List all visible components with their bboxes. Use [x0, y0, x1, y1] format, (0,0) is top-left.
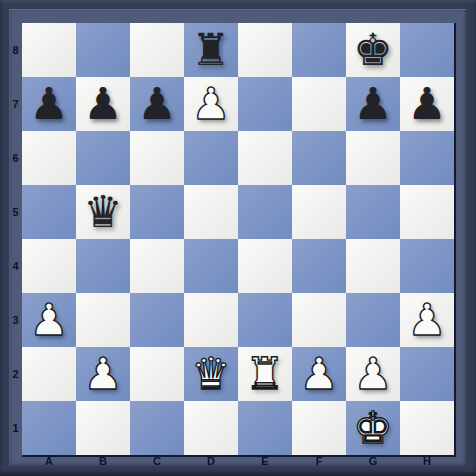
square-d1[interactable]: [184, 401, 238, 455]
square-e1[interactable]: [238, 401, 292, 455]
black-pawn-c7[interactable]: ♟: [137, 77, 176, 131]
black-pawn-h7[interactable]: ♟: [407, 77, 446, 131]
square-h1[interactable]: [400, 401, 454, 455]
square-g8[interactable]: ♚: [346, 23, 400, 77]
file-labels: ABCDEFGH: [22, 455, 454, 467]
square-c7[interactable]: ♟: [130, 77, 184, 131]
white-pawn-a3[interactable]: ♟: [29, 293, 68, 347]
board: ♜♚♟♟♟♟♟♟♛♟♟♟♛♜♟♟♚: [22, 23, 456, 457]
square-g6[interactable]: [346, 131, 400, 185]
square-g2[interactable]: ♟: [346, 347, 400, 401]
square-b8[interactable]: [76, 23, 130, 77]
square-e7[interactable]: [238, 77, 292, 131]
square-e8[interactable]: [238, 23, 292, 77]
square-a8[interactable]: [22, 23, 76, 77]
square-a5[interactable]: [22, 185, 76, 239]
rank-label-6: 6: [9, 131, 22, 185]
square-e5[interactable]: [238, 185, 292, 239]
black-queen-b5[interactable]: ♛: [83, 185, 122, 239]
square-d6[interactable]: [184, 131, 238, 185]
white-pawn-f2[interactable]: ♟: [299, 347, 338, 401]
square-b3[interactable]: [76, 293, 130, 347]
square-g5[interactable]: [346, 185, 400, 239]
white-king-g1[interactable]: ♚: [353, 401, 392, 455]
square-a2[interactable]: [22, 347, 76, 401]
white-pawn-b2[interactable]: ♟: [83, 347, 122, 401]
square-g3[interactable]: [346, 293, 400, 347]
square-d7[interactable]: ♟: [184, 77, 238, 131]
chess-app-window: 87654321 ♜♚♟♟♟♟♟♟♛♟♟♟♛♜♟♟♚ ABCDEFGH: [0, 0, 476, 476]
square-d5[interactable]: [184, 185, 238, 239]
square-f7[interactable]: [292, 77, 346, 131]
square-h2[interactable]: [400, 347, 454, 401]
square-c8[interactable]: [130, 23, 184, 77]
file-label-d: D: [184, 455, 238, 467]
black-pawn-g7[interactable]: ♟: [353, 77, 392, 131]
square-f4[interactable]: [292, 239, 346, 293]
white-pawn-g2[interactable]: ♟: [353, 347, 392, 401]
rank-label-5: 5: [9, 185, 22, 239]
square-f5[interactable]: [292, 185, 346, 239]
rank-label-8: 8: [9, 23, 22, 77]
square-c1[interactable]: [130, 401, 184, 455]
square-h8[interactable]: [400, 23, 454, 77]
rank-label-7: 7: [9, 77, 22, 131]
square-g4[interactable]: [346, 239, 400, 293]
square-f1[interactable]: [292, 401, 346, 455]
square-e4[interactable]: [238, 239, 292, 293]
square-h3[interactable]: ♟: [400, 293, 454, 347]
square-g7[interactable]: ♟: [346, 77, 400, 131]
file-label-a: A: [22, 455, 76, 467]
square-a6[interactable]: [22, 131, 76, 185]
square-h6[interactable]: [400, 131, 454, 185]
square-g1[interactable]: ♚: [346, 401, 400, 455]
file-label-b: B: [76, 455, 130, 467]
white-pawn-d7[interactable]: ♟: [191, 77, 230, 131]
square-c4[interactable]: [130, 239, 184, 293]
square-c5[interactable]: [130, 185, 184, 239]
rank-label-2: 2: [9, 347, 22, 401]
square-a1[interactable]: [22, 401, 76, 455]
square-e6[interactable]: [238, 131, 292, 185]
square-d2[interactable]: ♛: [184, 347, 238, 401]
square-c2[interactable]: [130, 347, 184, 401]
square-a4[interactable]: [22, 239, 76, 293]
square-c6[interactable]: [130, 131, 184, 185]
white-pawn-h3[interactable]: ♟: [407, 293, 446, 347]
board-frame: 87654321 ♜♚♟♟♟♟♟♟♛♟♟♟♛♜♟♟♚ ABCDEFGH: [9, 9, 467, 467]
white-queen-d2[interactable]: ♛: [191, 347, 230, 401]
file-label-g: G: [346, 455, 400, 467]
file-label-e: E: [238, 455, 292, 467]
square-b1[interactable]: [76, 401, 130, 455]
square-b2[interactable]: ♟: [76, 347, 130, 401]
rank-label-4: 4: [9, 239, 22, 293]
white-rook-e2[interactable]: ♜: [245, 347, 284, 401]
square-h4[interactable]: [400, 239, 454, 293]
square-d4[interactable]: [184, 239, 238, 293]
square-f3[interactable]: [292, 293, 346, 347]
square-h7[interactable]: ♟: [400, 77, 454, 131]
square-d3[interactable]: [184, 293, 238, 347]
square-d8[interactable]: ♜: [184, 23, 238, 77]
file-label-f: F: [292, 455, 346, 467]
square-b7[interactable]: ♟: [76, 77, 130, 131]
rank-label-3: 3: [9, 293, 22, 347]
square-f8[interactable]: [292, 23, 346, 77]
square-b6[interactable]: [76, 131, 130, 185]
file-label-c: C: [130, 455, 184, 467]
black-pawn-b7[interactable]: ♟: [83, 77, 122, 131]
square-b4[interactable]: [76, 239, 130, 293]
square-e3[interactable]: [238, 293, 292, 347]
black-rook-d8[interactable]: ♜: [191, 23, 230, 77]
square-c3[interactable]: [130, 293, 184, 347]
rank-label-1: 1: [9, 401, 22, 455]
square-a3[interactable]: ♟: [22, 293, 76, 347]
square-h5[interactable]: [400, 185, 454, 239]
square-a7[interactable]: ♟: [22, 77, 76, 131]
square-f6[interactable]: [292, 131, 346, 185]
black-pawn-a7[interactable]: ♟: [29, 77, 68, 131]
square-f2[interactable]: ♟: [292, 347, 346, 401]
black-king-g8[interactable]: ♚: [353, 23, 392, 77]
square-b5[interactable]: ♛: [76, 185, 130, 239]
file-label-h: H: [400, 455, 454, 467]
rank-labels: 87654321: [9, 23, 22, 455]
square-e2[interactable]: ♜: [238, 347, 292, 401]
